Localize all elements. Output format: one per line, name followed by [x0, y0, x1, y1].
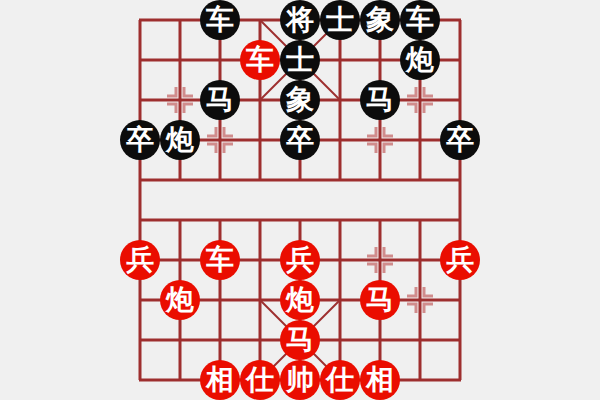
- intersection-f6-r2[interactable]: [360, 80, 400, 120]
- intersection-f1-r1[interactable]: [160, 40, 200, 80]
- intersection-f3-r1[interactable]: [240, 40, 280, 80]
- intersection-f4-r8[interactable]: [280, 320, 320, 360]
- intersection-f2-r8[interactable]: [200, 320, 240, 360]
- intersection-f3-r0[interactable]: [240, 0, 280, 40]
- intersection-f5-r5[interactable]: [320, 200, 360, 240]
- intersection-f7-r5[interactable]: [400, 200, 440, 240]
- intersection-f7-r3[interactable]: [400, 120, 440, 160]
- intersection-f7-r2[interactable]: [400, 80, 440, 120]
- intersection-f6-r1[interactable]: [360, 40, 400, 80]
- intersection-f0-r3[interactable]: [120, 120, 160, 160]
- intersection-f4-r7[interactable]: [280, 280, 320, 320]
- intersection-f2-r1[interactable]: [200, 40, 240, 80]
- intersection-f2-r3[interactable]: [200, 120, 240, 160]
- intersection-f2-r7[interactable]: [200, 280, 240, 320]
- intersection-f1-r3[interactable]: [160, 120, 200, 160]
- intersection-f4-r5[interactable]: [280, 200, 320, 240]
- intersection-f8-r4[interactable]: [440, 160, 480, 200]
- xiangqi-screenshot: 车将士象车车士炮马象马卒炮卒卒兵车兵兵炮炮马马相仕帅仕相: [0, 0, 600, 400]
- intersection-f5-r8[interactable]: [320, 320, 360, 360]
- intersection-f0-r7[interactable]: [120, 280, 160, 320]
- intersection-f0-r5[interactable]: [120, 200, 160, 240]
- intersection-f6-r6[interactable]: [360, 240, 400, 280]
- intersection-f4-r4[interactable]: [280, 160, 320, 200]
- intersection-f0-r2[interactable]: [120, 80, 160, 120]
- intersection-f4-r3[interactable]: [280, 120, 320, 160]
- intersection-f8-r8[interactable]: [440, 320, 480, 360]
- intersection-f1-r7[interactable]: [160, 280, 200, 320]
- xiangqi-board: 车将士象车车士炮马象马卒炮卒卒兵车兵兵炮炮马马相仕帅仕相: [0, 0, 600, 400]
- intersection-f5-r9[interactable]: [320, 360, 360, 400]
- intersection-f6-r5[interactable]: [360, 200, 400, 240]
- intersection-f1-r0[interactable]: [160, 0, 200, 40]
- intersection-f8-r7[interactable]: [440, 280, 480, 320]
- intersection-f8-r3[interactable]: [440, 120, 480, 160]
- intersection-f6-r0[interactable]: [360, 0, 400, 40]
- intersection-f5-r6[interactable]: [320, 240, 360, 280]
- intersection-f3-r8[interactable]: [240, 320, 280, 360]
- intersection-f5-r4[interactable]: [320, 160, 360, 200]
- intersection-f4-r2[interactable]: [280, 80, 320, 120]
- intersection-f8-r2[interactable]: [440, 80, 480, 120]
- intersection-f0-r8[interactable]: [120, 320, 160, 360]
- board-grid: [120, 0, 480, 400]
- intersection-f7-r8[interactable]: [400, 320, 440, 360]
- intersection-f5-r0[interactable]: [320, 0, 360, 40]
- intersection-f6-r3[interactable]: [360, 120, 400, 160]
- intersection-f4-r1[interactable]: [280, 40, 320, 80]
- intersection-f2-r2[interactable]: [200, 80, 240, 120]
- intersection-f2-r0[interactable]: [200, 0, 240, 40]
- intersection-f4-r9[interactable]: [280, 360, 320, 400]
- intersection-f2-r4[interactable]: [200, 160, 240, 200]
- intersection-f1-r4[interactable]: [160, 160, 200, 200]
- intersection-f3-r4[interactable]: [240, 160, 280, 200]
- intersection-f7-r0[interactable]: [400, 0, 440, 40]
- intersection-f0-r9[interactable]: [120, 360, 160, 400]
- intersection-f4-r6[interactable]: [280, 240, 320, 280]
- intersection-f5-r7[interactable]: [320, 280, 360, 320]
- intersection-f3-r2[interactable]: [240, 80, 280, 120]
- intersection-f0-r0[interactable]: [120, 0, 160, 40]
- intersection-f2-r9[interactable]: [200, 360, 240, 400]
- intersection-f6-r4[interactable]: [360, 160, 400, 200]
- intersection-f3-r7[interactable]: [240, 280, 280, 320]
- intersection-f1-r5[interactable]: [160, 200, 200, 240]
- intersection-f8-r5[interactable]: [440, 200, 480, 240]
- intersection-f0-r4[interactable]: [120, 160, 160, 200]
- intersection-f5-r3[interactable]: [320, 120, 360, 160]
- intersection-f6-r7[interactable]: [360, 280, 400, 320]
- intersection-f7-r4[interactable]: [400, 160, 440, 200]
- intersection-f7-r7[interactable]: [400, 280, 440, 320]
- intersection-f7-r6[interactable]: [400, 240, 440, 280]
- intersection-f1-r9[interactable]: [160, 360, 200, 400]
- intersection-f8-r9[interactable]: [440, 360, 480, 400]
- intersection-f7-r1[interactable]: [400, 40, 440, 80]
- intersection-f6-r9[interactable]: [360, 360, 400, 400]
- intersection-f4-r0[interactable]: [280, 0, 320, 40]
- intersection-f1-r8[interactable]: [160, 320, 200, 360]
- intersection-f7-r9[interactable]: [400, 360, 440, 400]
- intersection-f3-r3[interactable]: [240, 120, 280, 160]
- intersection-f3-r9[interactable]: [240, 360, 280, 400]
- intersection-f8-r6[interactable]: [440, 240, 480, 280]
- intersection-f6-r8[interactable]: [360, 320, 400, 360]
- intersection-f5-r1[interactable]: [320, 40, 360, 80]
- intersection-f0-r6[interactable]: [120, 240, 160, 280]
- intersection-f2-r5[interactable]: [200, 200, 240, 240]
- intersection-f3-r6[interactable]: [240, 240, 280, 280]
- intersection-f8-r0[interactable]: [440, 0, 480, 40]
- intersection-f1-r2[interactable]: [160, 80, 200, 120]
- intersection-f1-r6[interactable]: [160, 240, 200, 280]
- intersection-f2-r6[interactable]: [200, 240, 240, 280]
- intersection-f5-r2[interactable]: [320, 80, 360, 120]
- intersection-f0-r1[interactable]: [120, 40, 160, 80]
- intersection-f8-r1[interactable]: [440, 40, 480, 80]
- intersection-f3-r5[interactable]: [240, 200, 280, 240]
